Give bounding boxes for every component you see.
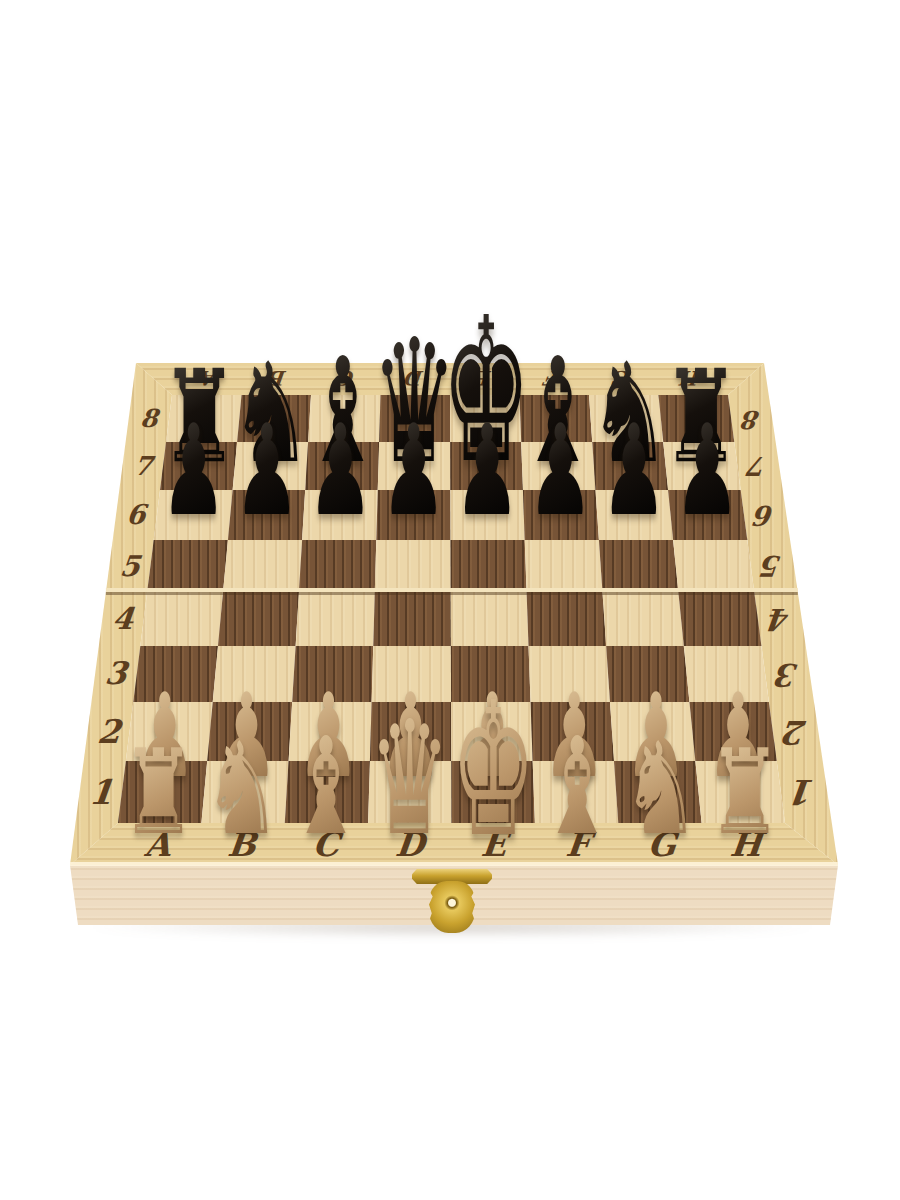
white-queen-d1: ♛	[369, 701, 450, 859]
white-rook-h1: ♜	[707, 735, 782, 853]
white-bishop-c1: ♝	[288, 721, 363, 855]
white-bishop-f1: ♝	[540, 721, 615, 855]
white-knight-g1: ♞	[622, 727, 700, 854]
black-pawn-e7: ♟	[454, 407, 520, 533]
white-knight-b1: ♞	[203, 727, 281, 854]
white-rook-a1: ♜	[121, 735, 196, 853]
black-pawn-h7: ♟	[674, 407, 740, 533]
black-pawn-f7: ♟	[527, 407, 593, 533]
black-pawn-c7: ♟	[307, 407, 373, 533]
chess-pieces: ♜♞♝♛♚♝♞♜♟♟♟♟♟♟♟♟♟♟♟♟♟♟♟♟♜♞♝♛♚♝♞♜	[0, 0, 900, 1200]
black-pawn-g7: ♟	[601, 407, 667, 533]
black-pawn-a7: ♟	[160, 407, 226, 533]
black-pawn-b7: ♟	[234, 407, 300, 533]
white-king-e1: ♚	[451, 678, 536, 862]
chess-set-photo: ABCDEFGHABCDEFGH1122334455667788 ♜♞♝♛♚♝♞…	[0, 0, 900, 1200]
black-pawn-d7: ♟	[381, 407, 447, 533]
